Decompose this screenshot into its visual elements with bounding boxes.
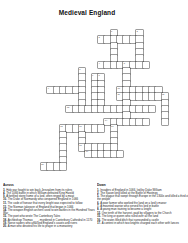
clue-number: 1 [111,30,112,32]
clue-number: 17 [111,125,113,127]
down-header: Down [97,184,188,187]
down-clue-list: 1. Invaders of England in 1066, led by D… [97,188,188,225]
clue-number: 19 [86,150,88,152]
clue-item: 17. A contest in which two knights charg… [97,222,188,225]
clue-number: 10 [117,87,119,89]
clue-number: 6 [79,68,80,70]
clue-item-text: A man who devoted his life to prayer in … [8,225,73,228]
clue-number: 7 [92,74,93,76]
crossword-grid: 1234567891011121314151617181920 [41,30,168,170]
clue-number: 8 [98,74,99,76]
clue-item-text: The plague that swept through Europe in … [97,195,188,201]
clue-number: 14 [105,119,107,121]
grid-cell[interactable] [162,119,168,125]
clue-number: 4 [98,62,99,64]
clue-number: 13 [67,106,69,108]
across-clue-list: 3. Holy war fought to win back Jerusalem… [3,188,95,228]
clue-item: 5. The plague that swept through Europe … [97,195,188,201]
clue-number: 12 [162,93,164,95]
clue-item-text: The weapon English archers used to win b… [3,208,95,214]
grid-cell[interactable] [98,125,104,131]
clue-number: 18 [79,144,81,146]
grid-void [162,163,168,169]
clue-item: 14. The weapon English archers used to w… [3,208,95,214]
clue-number: 5 [124,62,125,64]
clue-number: 20 [41,163,43,165]
clue-number: 15 [60,125,62,127]
grid-cell[interactable] [143,119,149,125]
grid-cell[interactable] [60,163,66,169]
clue-item: 20. A man who devoted his life to prayer… [3,225,95,228]
clue-number: 16 [79,125,81,127]
grid-cell[interactable] [149,106,155,112]
across-header: Across [3,184,95,187]
across-clues: Across 3. Holy war fought to win back Je… [3,184,95,228]
clue-number: 9 [48,87,49,89]
grid-cell[interactable] [143,62,149,68]
clue-number: 2 [136,30,137,32]
page-title: Medieval England [0,9,174,16]
down-clues: Down 1. Invaders of England in 1066, led… [97,184,188,225]
clue-item-text: A contest in which two knights charged e… [102,222,179,225]
clue-number: 3 [98,36,99,38]
clue-number: 11 [117,93,119,95]
grid-cell[interactable] [117,151,123,157]
